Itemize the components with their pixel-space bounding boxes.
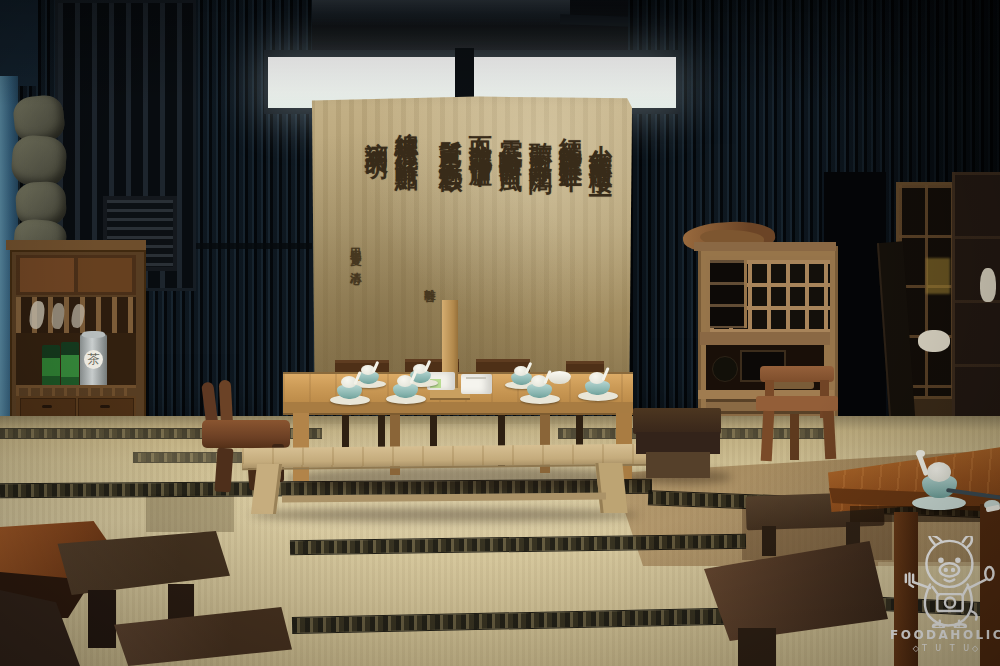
calligraphy-column: 總無情一任階前點 [392, 112, 422, 372]
green-tea-canister [61, 342, 79, 387]
left-hutch-cornice [6, 240, 146, 250]
watermark-brand: FOODAHOLIC [886, 628, 1000, 642]
right-hutch-mid-band [700, 332, 830, 345]
celadon-bowl-setting [386, 377, 428, 403]
dark-low-table-leg [88, 590, 116, 648]
calligraphy-column: 雲低斷雁叫西風 [496, 112, 526, 372]
small-chair-seat [756, 396, 838, 411]
small-dishes-on-shelf [770, 381, 814, 389]
calligraphy-column: 紅燭昏羅帳壯年 [556, 112, 586, 372]
calligraphy-text: 少年聽雨歌樓上紅燭昏羅帳壯年聽雨客舟中江闊雲低斷雁叫西風而今聽雨僧廬下鬢已星星也… [326, 112, 616, 372]
hutch-door-panel [20, 258, 74, 292]
right-hutch-cornice [694, 242, 836, 251]
small-chair-leg [790, 414, 799, 460]
rustic-bench-leg [738, 628, 776, 666]
rustic-bench-leg [762, 526, 776, 556]
calligraphy-column: 滴到天明 [362, 112, 392, 372]
calligraphy-column: 離合 [422, 112, 436, 372]
right-hutch-open-shelf-upper [710, 260, 747, 328]
table-shadow [285, 466, 645, 492]
front-bench-leg [595, 463, 627, 513]
hutch-door-panel [78, 258, 132, 292]
tea-canister-label: 茶 [84, 350, 103, 369]
dark-wood-bench [633, 408, 721, 434]
watermark-tagline: ◇T U T U◇ [886, 644, 1000, 653]
calligraphy-column: 少年聽雨歌樓上 [586, 112, 616, 372]
dark-wood-bench-beam [636, 432, 720, 454]
front-bench-plank [242, 444, 650, 470]
calligraphy-column: 聽雨客舟中江闊 [526, 112, 556, 372]
floor-shadow-patch [146, 494, 234, 532]
celadon-bowl-setting [910, 452, 970, 512]
sack [10, 134, 67, 188]
drawer-handle [42, 405, 52, 408]
white-vase [980, 268, 996, 302]
silver-canister-lid [82, 331, 105, 338]
tea-house-dining-room-photo: 少年聽雨歌樓上紅燭昏羅帳壯年聽雨客舟中江闊雲低斷雁叫西風而今聽雨僧廬下鬢已星星也… [0, 0, 1000, 666]
dark-wood-bench-base [646, 452, 710, 478]
corner-shadow [0, 0, 38, 86]
rustic-chair-leg [214, 447, 233, 492]
celadon-bowl-setting [520, 377, 562, 403]
gold-box-in-cabinet [926, 258, 950, 294]
calligraphy-banner: 少年聽雨歌樓上紅燭昏羅帳壯年聽雨客舟中江闊雲低斷雁叫西風而今聽雨僧廬下鬢已星星也… [310, 96, 632, 382]
green-tea-canister [42, 345, 60, 387]
white-cloth-in-cabinet [918, 330, 950, 352]
celadon-bowl-setting [330, 378, 372, 404]
tea-label-character: 茶 [88, 351, 100, 368]
calligraphy-column: 而今聽雨僧廬下 [466, 112, 496, 372]
bench-shadow [250, 508, 640, 522]
tissue-box-slot [466, 377, 486, 379]
round-pot-on-shelf [712, 356, 738, 382]
mascot-icon [886, 536, 1000, 628]
watermark: FOODAHOLIC ◇T U T U◇ [886, 536, 1000, 662]
drawer-handle [100, 405, 110, 408]
celadon-bowl-setting [578, 374, 620, 400]
calligraphy-column: 甲申年仲夏 清心 [348, 112, 362, 372]
